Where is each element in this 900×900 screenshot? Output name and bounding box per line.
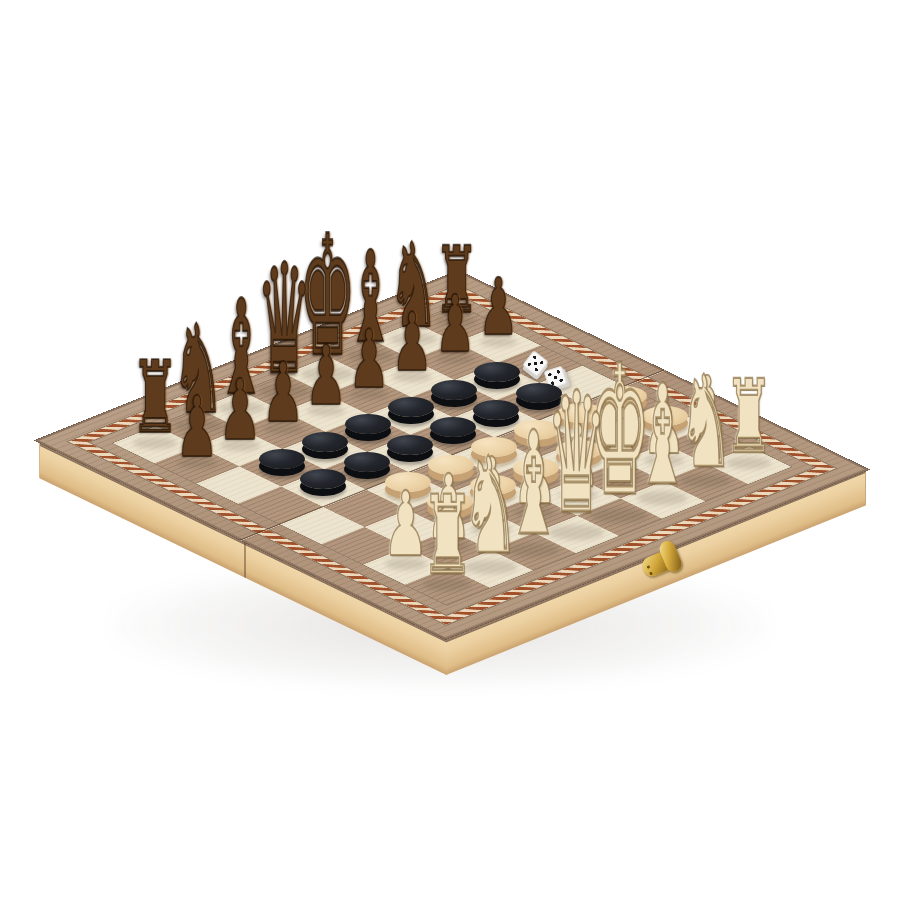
black-pawn: ♟ bbox=[305, 334, 347, 416]
black-pawn: ♟ bbox=[218, 366, 261, 450]
black-pawn: ♟ bbox=[478, 268, 518, 347]
black-checker bbox=[431, 380, 477, 400]
black-pawn: ♟ bbox=[262, 351, 304, 433]
black-checker bbox=[387, 435, 433, 455]
white-rook: ♜ bbox=[421, 481, 474, 590]
product-photo-scene: ♜♞♝♛♚♝♞♜♟♟♟♟♟♟♟♟♟♟♟♟♟♟♟♟♜♞♝♛♚♝♞♜ bbox=[0, 0, 900, 900]
black-checker bbox=[388, 397, 434, 417]
black-pawn: ♟ bbox=[349, 318, 390, 399]
box-fold-seam-side bbox=[244, 540, 246, 578]
black-checker bbox=[302, 432, 348, 452]
black-pawn: ♟ bbox=[435, 285, 475, 364]
black-pawn: ♟ bbox=[392, 301, 433, 382]
black-checker bbox=[344, 452, 390, 472]
black-rook: ♜ bbox=[131, 348, 179, 448]
black-pawn: ♟ bbox=[175, 384, 218, 468]
black-checker bbox=[259, 449, 305, 469]
